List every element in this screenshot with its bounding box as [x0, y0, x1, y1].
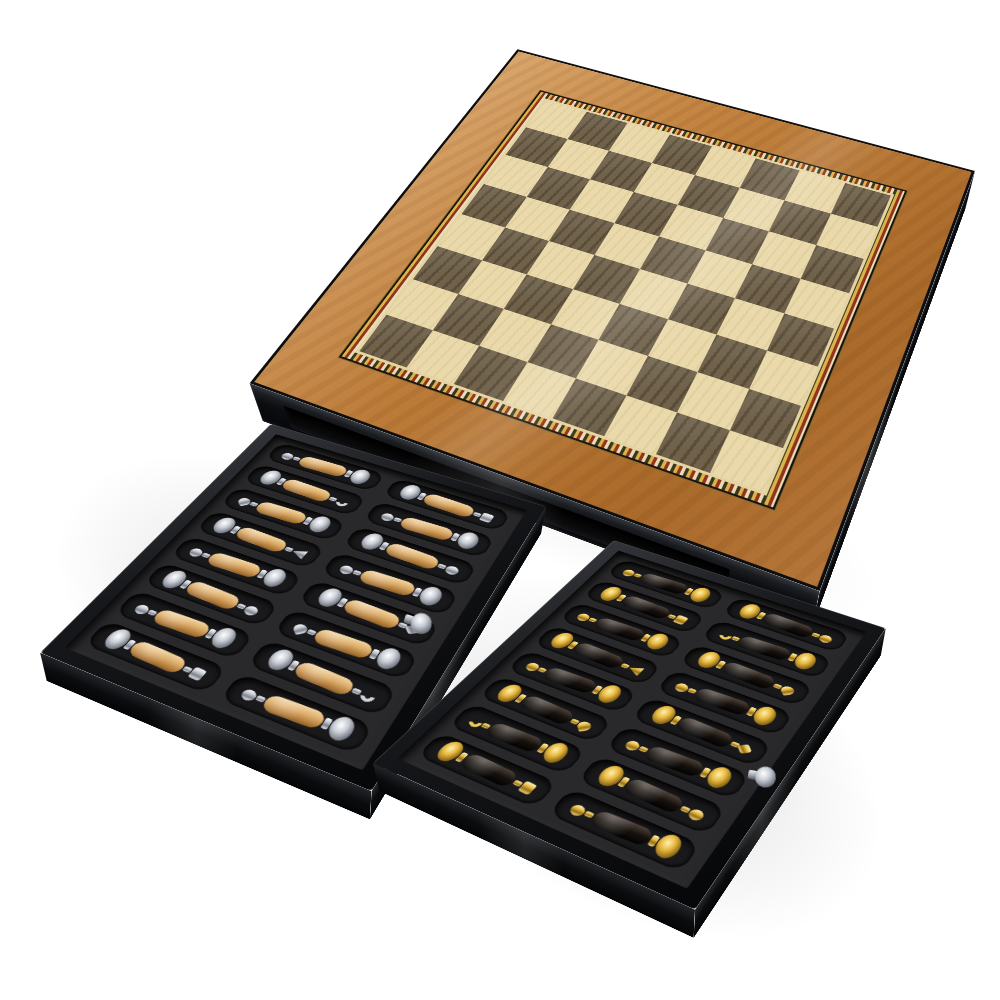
piece-base: [100, 627, 135, 653]
white-piece-pawn: [235, 682, 359, 744]
piece-collar: [670, 715, 682, 725]
bishop-finial-icon: [779, 685, 796, 695]
pawn-finial-icon: [239, 688, 259, 702]
piece-neck: [236, 603, 246, 609]
foam-recess: [114, 590, 254, 660]
white-piece-pawn: [128, 598, 240, 650]
piece-collar: [536, 742, 549, 753]
black-slot-10: [626, 693, 777, 771]
piece-body: [357, 568, 417, 597]
piece-neck: [569, 718, 579, 725]
piece-collar: [455, 752, 469, 763]
piece-base: [314, 586, 346, 610]
white-slot-13: [109, 587, 259, 664]
foam-recess: [605, 725, 750, 800]
piece-body: [692, 686, 752, 716]
black-slot-13: [443, 700, 591, 779]
piece-body: [458, 752, 520, 788]
piece-body: [311, 627, 375, 660]
piece-neck: [350, 687, 361, 695]
piece-collar: [287, 659, 300, 670]
piece-base: [323, 714, 358, 744]
black-pieces-drawer: [373, 540, 886, 910]
white-piece-pawn: [158, 568, 265, 621]
piece-neck: [306, 629, 316, 636]
piece-base: [703, 764, 736, 791]
piece-body: [150, 607, 212, 638]
piece-body: [259, 693, 327, 730]
rook-finial-icon: [187, 667, 207, 681]
piece-neck: [182, 666, 193, 673]
bishop-finial-icon: [577, 720, 593, 731]
pawn-finial-icon: [567, 803, 587, 818]
piece-neck: [284, 546, 294, 552]
piece-base: [538, 740, 572, 765]
piece-base: [207, 625, 240, 650]
knight-finial-icon: [357, 689, 377, 704]
piece-base: [416, 584, 446, 607]
white-piece-knight: [263, 646, 381, 708]
piece-base: [372, 645, 404, 671]
piece-body: [674, 715, 736, 749]
foam-recess: [631, 696, 773, 767]
piece-body: [233, 525, 290, 553]
piece-base: [749, 704, 779, 728]
king-finial-icon: [737, 744, 752, 754]
piece-body: [183, 579, 243, 611]
piece-base: [650, 831, 685, 861]
white-slot-12: [268, 605, 424, 685]
piece-collar: [180, 579, 193, 589]
white-piece-bishop: [288, 617, 405, 671]
piece-body: [205, 551, 264, 579]
black-piece-pawn: [619, 734, 735, 791]
piece-body: [279, 477, 333, 502]
piece-neck: [512, 780, 523, 787]
piece-body: [291, 659, 356, 696]
piece-body: [296, 455, 349, 478]
piece-collar: [514, 693, 527, 702]
piece-collar: [320, 717, 333, 730]
piece-body: [518, 693, 577, 725]
right-drawer-scene: [447, 455, 847, 965]
piece-base: [647, 703, 679, 727]
piece-base: [593, 763, 628, 790]
knob-head: [753, 765, 777, 789]
piece-neck: [254, 695, 265, 702]
piece-neck: [679, 805, 690, 813]
white-piece-rook: [100, 627, 211, 687]
piece-body: [643, 744, 707, 778]
bishop-finial-icon: [292, 622, 309, 634]
pawn-finial-icon: [242, 604, 261, 617]
piece-neck: [729, 741, 739, 748]
piece-base: [263, 646, 297, 673]
piece-collar: [617, 776, 630, 787]
piece-collar: [123, 639, 137, 650]
piece-collar: [369, 648, 381, 659]
piece-neck: [620, 663, 630, 669]
piece-collar: [204, 628, 216, 639]
piece-body: [621, 776, 686, 814]
black-piece-king: [647, 703, 756, 759]
piece-neck: [583, 811, 594, 819]
piece-neck: [352, 570, 362, 576]
piece-neck: [638, 746, 648, 753]
right-foam-insert: [397, 551, 866, 889]
piece-body: [341, 597, 403, 630]
piece-collar: [699, 766, 711, 777]
piece-body: [591, 616, 646, 642]
black-slot-14: [572, 752, 731, 840]
foam-recess: [247, 640, 397, 717]
black-piece-pawn: [563, 797, 685, 861]
piece-collar: [647, 834, 660, 846]
black-piece-rook: [432, 739, 541, 800]
piece-body: [126, 639, 189, 675]
black-piece-pawn: [593, 763, 710, 828]
pawn-finial-icon: [686, 807, 706, 822]
black-piece-knight: [462, 711, 572, 765]
piece-body: [587, 809, 654, 847]
knight-finial-icon: [467, 716, 485, 729]
piece-neck: [147, 609, 157, 615]
foam-recess: [577, 755, 726, 835]
white-slot-14: [242, 636, 402, 721]
piece-body: [253, 500, 309, 525]
piece-collar: [746, 706, 757, 716]
black-slot-12: [600, 722, 755, 805]
chess-set-photo: [0, 0, 1000, 1000]
piece-base: [432, 739, 468, 764]
pawn-finial-icon: [623, 738, 642, 751]
piece-neck: [480, 723, 490, 729]
pawn-finial-icon: [132, 603, 151, 615]
right-drawer-rim: [373, 540, 886, 910]
foam-recess: [448, 703, 586, 775]
piece-body: [540, 666, 598, 695]
piece-body: [484, 721, 545, 753]
foam-recess: [273, 609, 419, 681]
piece-neck: [687, 688, 697, 694]
piece-collar: [412, 587, 423, 597]
rook-finial-icon: [517, 781, 537, 795]
piece-collar: [336, 597, 348, 607]
